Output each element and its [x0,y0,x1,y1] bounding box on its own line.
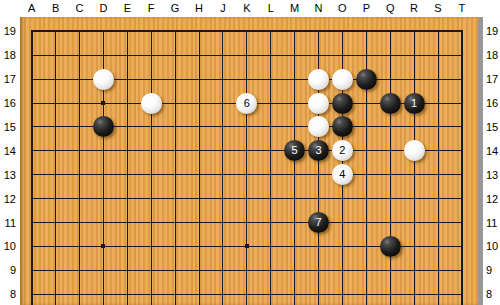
stone-white-R14[interactable] [404,140,425,161]
column-label: G [171,0,180,17]
grid-line [175,30,176,305]
grid-line [414,30,415,305]
column-label: E [124,0,131,17]
stone-black-D15[interactable] [93,116,114,137]
column-label: L [268,0,274,17]
row-label: 11 [486,215,500,231]
stone-white-N17[interactable] [308,69,329,90]
grid-line [246,30,247,305]
row-label: 15 [486,119,500,135]
column-label: R [410,0,418,17]
star-point [245,244,249,248]
grid-line [31,55,463,56]
column-label: N [315,0,323,17]
row-label: 12 [0,191,16,207]
stone-white-N16[interactable] [308,93,329,114]
column-label: B [52,0,59,17]
column-label: H [195,0,203,17]
row-label: 19 [0,23,16,39]
row-label: 16 [0,95,16,111]
grid-line [294,30,295,305]
grid-line [390,30,391,305]
row-label: 15 [0,119,16,135]
row-label: 8 [0,286,16,302]
row-label: 13 [0,167,16,183]
stone-white-N15[interactable] [308,116,329,137]
grid-line [127,30,128,305]
row-label: 17 [0,71,16,87]
grid-line [31,30,33,305]
row-label: 11 [0,215,16,231]
grid-line [79,30,80,305]
stone-black-O16[interactable] [332,93,353,114]
star-point [101,244,105,248]
grid-line [31,198,463,199]
column-label: A [28,0,35,17]
grid-line [151,30,152,305]
grid-line [461,30,463,305]
stone-white-K16[interactable]: 6 [236,93,257,114]
column-label: F [148,0,155,17]
grid-line [222,30,223,305]
row-label: 8 [486,286,500,302]
stone-black-Q16[interactable] [380,93,401,114]
row-label: 10 [0,238,16,254]
column-label: K [243,0,250,17]
board-edge-shadow [478,17,483,305]
column-label: S [434,0,441,17]
row-label: 10 [486,238,500,254]
grid-line [199,30,200,305]
stone-black-R16[interactable]: 1 [404,93,425,114]
column-label: M [290,0,299,17]
row-label: 17 [486,71,500,87]
stone-black-O15[interactable] [332,116,353,137]
goban[interactable]: 6153247 [20,17,478,305]
column-label: C [76,0,84,17]
row-label: 18 [486,47,500,63]
grid-line [31,270,463,271]
column-label: O [338,0,347,17]
column-labels: ABCDEFGHJKLMNOPQRST [0,0,500,17]
column-label: T [459,0,466,17]
column-label: D [99,0,107,17]
row-label: 18 [0,47,16,63]
row-label: 14 [486,143,500,159]
stone-black-Q10[interactable] [380,236,401,257]
grid-line [31,174,463,175]
stone-white-F16[interactable] [141,93,162,114]
column-label: Q [386,0,395,17]
stone-white-O17[interactable] [332,69,353,90]
stone-black-M14[interactable]: 5 [284,140,305,161]
stone-black-P17[interactable] [356,69,377,90]
row-label: 9 [486,262,500,278]
row-label: 19 [486,23,500,39]
row-label: 14 [0,143,16,159]
column-label: P [363,0,370,17]
stone-white-O13[interactable]: 4 [332,164,353,185]
grid-line [55,30,56,305]
stone-black-N14[interactable]: 3 [308,140,329,161]
stone-white-O14[interactable]: 2 [332,140,353,161]
grid-line [31,30,463,32]
row-label: 12 [486,191,500,207]
stone-black-N11[interactable]: 7 [308,212,329,233]
grid-line [31,294,463,295]
grid-line [270,30,271,305]
column-label: J [220,0,226,17]
row-label: 13 [486,167,500,183]
grid-line [31,222,463,223]
grid-line [438,30,439,305]
row-label: 16 [486,95,500,111]
star-point [101,101,105,105]
row-label: 9 [0,262,16,278]
stone-white-D17[interactable] [93,69,114,90]
grid-line [31,150,463,151]
